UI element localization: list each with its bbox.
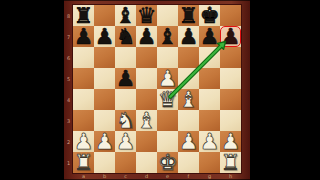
black-king[interactable]: ♚ <box>200 5 220 26</box>
rank-label-4: 4 <box>64 97 73 103</box>
file-label-g: g <box>199 173 220 180</box>
square-g7[interactable]: ♟ <box>199 26 220 47</box>
square-h5[interactable] <box>220 68 241 89</box>
square-d1[interactable] <box>136 152 157 173</box>
square-e7[interactable]: ♝ <box>157 26 178 47</box>
letterbox-right <box>250 0 320 180</box>
square-b2[interactable]: ♟ <box>94 131 115 152</box>
file-label-d: d <box>136 173 157 180</box>
white-pawn[interactable]: ♟ <box>95 131 115 152</box>
square-h1[interactable]: ♜ <box>220 152 241 173</box>
white-knight[interactable]: ♞ <box>116 110 136 131</box>
square-f6[interactable] <box>178 47 199 68</box>
white-pawn[interactable]: ♟ <box>179 131 199 152</box>
square-h6[interactable] <box>220 47 241 68</box>
rank-label-1: 1 <box>64 160 73 166</box>
rank-label-3: 3 <box>64 118 73 124</box>
square-e1[interactable]: ♚ <box>157 152 178 173</box>
square-d7[interactable]: ♟ <box>136 26 157 47</box>
square-f2[interactable]: ♟ <box>178 131 199 152</box>
file-label-f: f <box>178 173 199 180</box>
chess-board-frame: 87654321 abcdefgh ♜♝♛♜♚♟♟♞♟♝♟♟♟♟♟♛♝♞♝♟♟♟… <box>64 0 250 180</box>
file-label-c: c <box>115 173 136 180</box>
square-h4[interactable] <box>220 89 241 110</box>
rank-label-7: 7 <box>64 34 73 40</box>
square-f1[interactable] <box>178 152 199 173</box>
chess-board: ♜♝♛♜♚♟♟♞♟♝♟♟♟♟♟♛♝♞♝♟♟♟♟♟♟♜♚♜ <box>73 5 241 173</box>
white-king[interactable]: ♚ <box>158 152 178 173</box>
square-a1[interactable]: ♜ <box>73 152 94 173</box>
white-pawn[interactable]: ♟ <box>158 68 178 89</box>
white-queen[interactable]: ♛ <box>158 89 178 110</box>
square-f7[interactable]: ♟ <box>178 26 199 47</box>
video-frame: 87654321 abcdefgh ♜♝♛♜♚♟♟♞♟♝♟♟♟♟♟♛♝♞♝♟♟♟… <box>0 0 320 180</box>
black-rook[interactable]: ♜ <box>179 5 199 26</box>
square-g5[interactable] <box>199 68 220 89</box>
white-pawn[interactable]: ♟ <box>74 131 94 152</box>
white-pawn[interactable]: ♟ <box>221 131 241 152</box>
square-e3[interactable] <box>157 110 178 131</box>
black-pawn[interactable]: ♟ <box>137 26 157 47</box>
black-pawn[interactable]: ♟ <box>179 26 199 47</box>
square-g2[interactable]: ♟ <box>199 131 220 152</box>
square-b7[interactable]: ♟ <box>94 26 115 47</box>
rank-label-5: 5 <box>64 76 73 82</box>
white-pawn[interactable]: ♟ <box>116 131 136 152</box>
square-d5[interactable] <box>136 68 157 89</box>
rank-label-8: 8 <box>64 13 73 19</box>
square-h7[interactable]: ♟ <box>220 26 241 47</box>
black-rook[interactable]: ♜ <box>74 5 94 26</box>
square-d6[interactable] <box>136 47 157 68</box>
square-a5[interactable] <box>73 68 94 89</box>
square-g6[interactable] <box>199 47 220 68</box>
white-bishop[interactable]: ♝ <box>137 110 157 131</box>
square-e4[interactable]: ♛ <box>157 89 178 110</box>
square-b1[interactable] <box>94 152 115 173</box>
white-pawn[interactable]: ♟ <box>200 131 220 152</box>
square-f4[interactable]: ♝ <box>178 89 199 110</box>
black-queen[interactable]: ♛ <box>137 5 157 26</box>
square-a6[interactable] <box>73 47 94 68</box>
square-c2[interactable]: ♟ <box>115 131 136 152</box>
black-knight[interactable]: ♞ <box>116 26 136 47</box>
square-c1[interactable] <box>115 152 136 173</box>
black-pawn[interactable]: ♟ <box>95 26 115 47</box>
square-d2[interactable] <box>136 131 157 152</box>
black-pawn[interactable]: ♟ <box>116 68 136 89</box>
square-b5[interactable] <box>94 68 115 89</box>
white-bishop[interactable]: ♝ <box>179 89 199 110</box>
black-bishop[interactable]: ♝ <box>116 5 136 26</box>
square-b6[interactable] <box>94 47 115 68</box>
black-bishop[interactable]: ♝ <box>158 26 178 47</box>
black-pawn[interactable]: ♟ <box>200 26 220 47</box>
square-c5[interactable]: ♟ <box>115 68 136 89</box>
black-pawn[interactable]: ♟ <box>74 26 94 47</box>
rank-label-2: 2 <box>64 139 73 145</box>
square-g1[interactable] <box>199 152 220 173</box>
black-pawn[interactable]: ♟ <box>221 26 241 47</box>
file-label-b: b <box>94 173 115 180</box>
square-d3[interactable]: ♝ <box>136 110 157 131</box>
square-a7[interactable]: ♟ <box>73 26 94 47</box>
white-rook[interactable]: ♜ <box>74 152 94 173</box>
rank-label-6: 6 <box>64 55 73 61</box>
letterbox-left <box>0 0 64 180</box>
white-rook[interactable]: ♜ <box>221 152 241 173</box>
square-b4[interactable] <box>94 89 115 110</box>
square-g4[interactable] <box>199 89 220 110</box>
square-a4[interactable] <box>73 89 94 110</box>
square-c7[interactable]: ♞ <box>115 26 136 47</box>
